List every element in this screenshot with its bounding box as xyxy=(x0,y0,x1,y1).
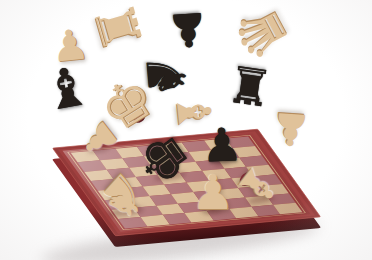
black-rook-air: ♜ xyxy=(224,57,275,113)
black-pawn-standing: ♟ xyxy=(201,121,244,168)
black-pawn-air: ♟ xyxy=(166,6,210,55)
white-pawn-standing: ♟ xyxy=(191,168,234,216)
photo-stage: ♜♟♟♝♞♚♛♜♝♟♟♚♟♞♟♝ xyxy=(0,0,372,260)
white-pawn-air-right: ♟ xyxy=(270,106,312,153)
white-rook-air: ♜ xyxy=(84,0,149,58)
piece-layer: ♜♟♟♝♞♚♛♜♝♟♟♚♟♞♟♝ xyxy=(0,0,372,260)
